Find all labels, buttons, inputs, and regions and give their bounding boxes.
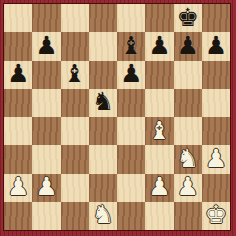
square-d2[interactable] xyxy=(89,174,117,202)
square-h1[interactable]: ♚ xyxy=(202,202,230,230)
square-c1[interactable] xyxy=(61,202,89,230)
square-h4[interactable] xyxy=(202,117,230,145)
square-f7[interactable]: ♟ xyxy=(145,32,173,60)
square-b7[interactable]: ♟ xyxy=(32,32,60,60)
square-a5[interactable] xyxy=(4,89,32,117)
black-pawn[interactable]: ♟ xyxy=(7,61,29,86)
square-a8[interactable] xyxy=(4,4,32,32)
white-king[interactable]: ♚ xyxy=(205,202,227,227)
square-f1[interactable] xyxy=(145,202,173,230)
square-f8[interactable] xyxy=(145,4,173,32)
black-bishop[interactable]: ♝ xyxy=(120,33,142,58)
black-pawn[interactable]: ♟ xyxy=(148,33,170,58)
square-h5[interactable] xyxy=(202,89,230,117)
square-f4[interactable]: ♝ xyxy=(145,117,173,145)
square-c3[interactable] xyxy=(61,145,89,173)
white-pawn[interactable]: ♟ xyxy=(205,146,227,171)
square-c4[interactable] xyxy=(61,117,89,145)
white-knight[interactable]: ♞ xyxy=(92,202,114,227)
black-pawn[interactable]: ♟ xyxy=(205,33,227,58)
square-c5[interactable] xyxy=(61,89,89,117)
square-b2[interactable]: ♟ xyxy=(32,174,60,202)
square-h6[interactable] xyxy=(202,61,230,89)
square-e1[interactable] xyxy=(117,202,145,230)
square-e3[interactable] xyxy=(117,145,145,173)
square-f3[interactable] xyxy=(145,145,173,173)
square-b5[interactable] xyxy=(32,89,60,117)
square-a1[interactable] xyxy=(4,202,32,230)
black-pawn[interactable]: ♟ xyxy=(176,33,198,58)
white-pawn[interactable]: ♟ xyxy=(35,174,57,199)
white-pawn[interactable]: ♟ xyxy=(7,174,29,199)
square-d4[interactable] xyxy=(89,117,117,145)
white-pawn[interactable]: ♟ xyxy=(148,174,170,199)
square-b6[interactable] xyxy=(32,61,60,89)
square-f6[interactable] xyxy=(145,61,173,89)
square-e4[interactable] xyxy=(117,117,145,145)
white-pawn[interactable]: ♟ xyxy=(176,174,198,199)
square-g1[interactable] xyxy=(174,202,202,230)
square-c8[interactable] xyxy=(61,4,89,32)
square-h2[interactable] xyxy=(202,174,230,202)
square-c2[interactable] xyxy=(61,174,89,202)
black-knight[interactable]: ♞ xyxy=(92,89,114,114)
square-b1[interactable] xyxy=(32,202,60,230)
square-g4[interactable] xyxy=(174,117,202,145)
square-d1[interactable]: ♞ xyxy=(89,202,117,230)
square-a7[interactable] xyxy=(4,32,32,60)
square-g6[interactable] xyxy=(174,61,202,89)
square-h8[interactable] xyxy=(202,4,230,32)
square-g5[interactable] xyxy=(174,89,202,117)
square-h3[interactable]: ♟ xyxy=(202,145,230,173)
square-b4[interactable] xyxy=(32,117,60,145)
square-e5[interactable] xyxy=(117,89,145,117)
square-e7[interactable]: ♝ xyxy=(117,32,145,60)
black-pawn[interactable]: ♟ xyxy=(120,61,142,86)
square-a3[interactable] xyxy=(4,145,32,173)
square-e8[interactable] xyxy=(117,4,145,32)
square-e6[interactable]: ♟ xyxy=(117,61,145,89)
square-g3[interactable]: ♞ xyxy=(174,145,202,173)
black-bishop[interactable]: ♝ xyxy=(63,61,85,86)
square-d6[interactable] xyxy=(89,61,117,89)
square-c6[interactable]: ♝ xyxy=(61,61,89,89)
square-d5[interactable]: ♞ xyxy=(89,89,117,117)
square-g2[interactable]: ♟ xyxy=(174,174,202,202)
square-d3[interactable] xyxy=(89,145,117,173)
black-pawn[interactable]: ♟ xyxy=(35,33,57,58)
square-c7[interactable] xyxy=(61,32,89,60)
square-a6[interactable]: ♟ xyxy=(4,61,32,89)
white-bishop[interactable]: ♝ xyxy=(148,118,170,143)
square-g7[interactable]: ♟ xyxy=(174,32,202,60)
white-knight[interactable]: ♞ xyxy=(176,146,198,171)
square-d8[interactable] xyxy=(89,4,117,32)
square-f2[interactable]: ♟ xyxy=(145,174,173,202)
square-a4[interactable] xyxy=(4,117,32,145)
square-h7[interactable]: ♟ xyxy=(202,32,230,60)
square-a2[interactable]: ♟ xyxy=(4,174,32,202)
square-b8[interactable] xyxy=(32,4,60,32)
square-g8[interactable]: ♚ xyxy=(174,4,202,32)
square-f5[interactable] xyxy=(145,89,173,117)
square-b3[interactable] xyxy=(32,145,60,173)
chess-board: ♚♟♝♟♟♟♟♝♟♞♝♞♟♟♟♟♟♞♚ xyxy=(3,3,231,231)
board-frame: ♚♟♝♟♟♟♟♝♟♞♝♞♟♟♟♟♟♞♚ xyxy=(0,0,236,236)
square-d7[interactable] xyxy=(89,32,117,60)
black-king[interactable]: ♚ xyxy=(176,5,198,30)
square-e2[interactable] xyxy=(117,174,145,202)
